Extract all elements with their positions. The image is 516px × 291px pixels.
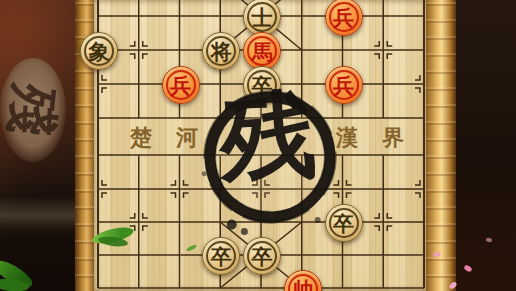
piece-character: 将	[211, 41, 232, 62]
piece-character: 卒	[211, 246, 232, 267]
piece-red-soldier[interactable]: 兵	[325, 0, 363, 36]
piece-black-advisor[interactable]: 士	[243, 0, 281, 36]
piece-character: 兵	[170, 75, 191, 96]
piece-character: 馬	[252, 41, 273, 62]
piece-black-soldier[interactable]: 卒	[243, 66, 281, 104]
piece-character: 卒	[252, 246, 273, 267]
piece-character: 帅	[292, 279, 313, 291]
pieces-layer: 士兵象将馬兵卒兵卒卒卒帅	[0, 0, 516, 291]
piece-character: 象	[89, 41, 110, 62]
piece-character: 卒	[252, 75, 273, 96]
piece-red-horse[interactable]: 馬	[243, 32, 281, 70]
piece-red-soldier[interactable]: 兵	[162, 66, 200, 104]
piece-character: 兵	[333, 75, 354, 96]
piece-character: 兵	[333, 7, 354, 28]
piece-red-soldier[interactable]: 兵	[325, 66, 363, 104]
piece-red-general[interactable]: 帅	[284, 270, 322, 291]
piece-black-soldier[interactable]: 卒	[325, 204, 363, 242]
piece-character: 卒	[333, 213, 354, 234]
piece-black-soldier[interactable]: 卒	[202, 237, 240, 275]
piece-black-soldier[interactable]: 卒	[243, 237, 281, 275]
piece-character: 士	[252, 7, 273, 28]
piece-black-elephant[interactable]: 象	[80, 32, 118, 70]
xiangqi-endgame-screen: 殘 楚河 漢界 士兵象将馬兵卒兵卒卒卒帅 残	[0, 0, 516, 291]
piece-black-general[interactable]: 将	[202, 32, 240, 70]
